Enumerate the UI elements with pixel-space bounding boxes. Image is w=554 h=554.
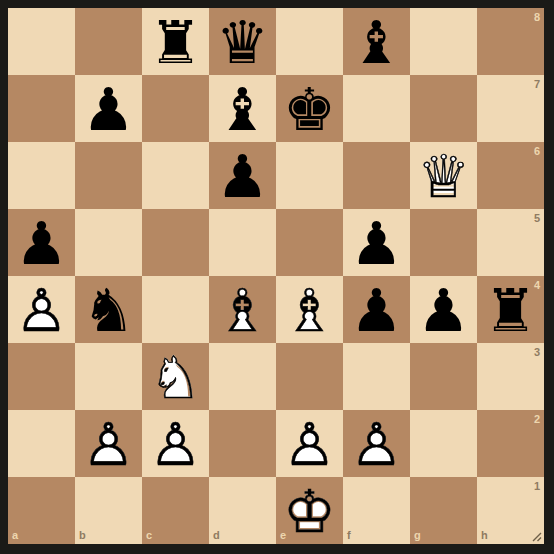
square-f8[interactable]: ♝	[343, 8, 410, 75]
resize-handle-icon[interactable]	[530, 530, 542, 542]
square-c6[interactable]	[142, 142, 209, 209]
square-f4[interactable]: ♟	[343, 276, 410, 343]
square-h7[interactable]: 7	[477, 75, 544, 142]
square-a8[interactable]	[8, 8, 75, 75]
coordinate-file-g: g	[414, 530, 421, 541]
piece-black-pawn[interactable]: ♟	[343, 276, 410, 343]
square-d2[interactable]	[209, 410, 276, 477]
square-d6[interactable]: ♟	[209, 142, 276, 209]
piece-white-bishop[interactable]: ♝♗	[209, 276, 276, 343]
coordinate-file-b: b	[79, 530, 86, 541]
square-h8[interactable]: 8	[477, 8, 544, 75]
square-c8[interactable]: ♜	[142, 8, 209, 75]
square-c4[interactable]	[142, 276, 209, 343]
coordinate-rank-5: 5	[534, 213, 540, 224]
square-h2[interactable]: 2	[477, 410, 544, 477]
square-h5[interactable]: 5	[477, 209, 544, 276]
coordinate-rank-2: 2	[534, 414, 540, 425]
piece-white-pawn[interactable]: ♟♙	[142, 410, 209, 477]
coordinate-rank-6: 6	[534, 146, 540, 157]
square-f5[interactable]: ♟	[343, 209, 410, 276]
piece-black-knight[interactable]: ♞	[75, 276, 142, 343]
square-b7[interactable]: ♟	[75, 75, 142, 142]
coordinate-rank-1: 1	[534, 481, 540, 492]
square-g7[interactable]	[410, 75, 477, 142]
square-f2[interactable]: ♟♙	[343, 410, 410, 477]
piece-black-rook[interactable]: ♜	[142, 8, 209, 75]
square-c2[interactable]: ♟♙	[142, 410, 209, 477]
square-h3[interactable]: 3	[477, 343, 544, 410]
square-g1[interactable]: g	[410, 477, 477, 544]
piece-white-pawn[interactable]: ♟♙	[75, 410, 142, 477]
piece-black-pawn[interactable]: ♟	[8, 209, 75, 276]
square-a4[interactable]: ♟♙	[8, 276, 75, 343]
square-d4[interactable]: ♝♗	[209, 276, 276, 343]
square-d7[interactable]: ♝	[209, 75, 276, 142]
piece-white-pawn[interactable]: ♟♙	[343, 410, 410, 477]
square-b6[interactable]	[75, 142, 142, 209]
square-g2[interactable]	[410, 410, 477, 477]
piece-white-queen[interactable]: ♛♕	[410, 142, 477, 209]
piece-white-knight[interactable]: ♞♘	[142, 343, 209, 410]
piece-black-pawn[interactable]: ♟	[343, 209, 410, 276]
square-b3[interactable]	[75, 343, 142, 410]
piece-black-queen[interactable]: ♛	[209, 8, 276, 75]
square-d5[interactable]	[209, 209, 276, 276]
square-e6[interactable]	[276, 142, 343, 209]
piece-white-king[interactable]: ♚♔	[276, 477, 343, 544]
board-frame: ♜♛♝8♟♝♚7♟♛♕6♟♟5♟♙♞♝♗♝♗♟♟♜4♞♘3♟♙♟♙♟♙♟♙2ab…	[0, 0, 554, 554]
square-h4[interactable]: ♜4	[477, 276, 544, 343]
square-c5[interactable]	[142, 209, 209, 276]
coordinate-rank-3: 3	[534, 347, 540, 358]
square-d3[interactable]	[209, 343, 276, 410]
square-d1[interactable]: d	[209, 477, 276, 544]
piece-black-king[interactable]: ♚	[276, 75, 343, 142]
square-e1[interactable]: ♚♔e	[276, 477, 343, 544]
piece-black-bishop[interactable]: ♝	[209, 75, 276, 142]
square-b2[interactable]: ♟♙	[75, 410, 142, 477]
piece-black-bishop[interactable]: ♝	[343, 8, 410, 75]
square-h1[interactable]: 1h	[477, 477, 544, 544]
square-b5[interactable]	[75, 209, 142, 276]
square-a5[interactable]: ♟	[8, 209, 75, 276]
square-c7[interactable]	[142, 75, 209, 142]
square-e7[interactable]: ♚	[276, 75, 343, 142]
square-a7[interactable]	[8, 75, 75, 142]
coordinate-file-c: c	[146, 530, 152, 541]
square-c1[interactable]: c	[142, 477, 209, 544]
square-g5[interactable]	[410, 209, 477, 276]
square-a6[interactable]	[8, 142, 75, 209]
square-c3[interactable]: ♞♘	[142, 343, 209, 410]
piece-black-rook[interactable]: ♜	[477, 276, 544, 343]
square-g3[interactable]	[410, 343, 477, 410]
square-a3[interactable]	[8, 343, 75, 410]
piece-white-pawn[interactable]: ♟♙	[276, 410, 343, 477]
square-e8[interactable]	[276, 8, 343, 75]
piece-black-pawn[interactable]: ♟	[209, 142, 276, 209]
piece-black-pawn[interactable]: ♟	[410, 276, 477, 343]
coordinate-file-a: a	[12, 530, 18, 541]
square-f3[interactable]	[343, 343, 410, 410]
square-a1[interactable]: a	[8, 477, 75, 544]
square-f1[interactable]: f	[343, 477, 410, 544]
square-g8[interactable]	[410, 8, 477, 75]
piece-white-pawn[interactable]: ♟♙	[8, 276, 75, 343]
square-a2[interactable]	[8, 410, 75, 477]
square-b8[interactable]	[75, 8, 142, 75]
square-e4[interactable]: ♝♗	[276, 276, 343, 343]
square-e5[interactable]	[276, 209, 343, 276]
coordinate-file-f: f	[347, 530, 351, 541]
square-e2[interactable]: ♟♙	[276, 410, 343, 477]
square-h6[interactable]: 6	[477, 142, 544, 209]
coordinate-file-d: d	[213, 530, 220, 541]
coordinate-rank-7: 7	[534, 79, 540, 90]
coordinate-file-h: h	[481, 530, 488, 541]
square-b4[interactable]: ♞	[75, 276, 142, 343]
piece-black-pawn[interactable]: ♟	[75, 75, 142, 142]
square-f6[interactable]	[343, 142, 410, 209]
square-d8[interactable]: ♛	[209, 8, 276, 75]
square-e3[interactable]	[276, 343, 343, 410]
square-g6[interactable]: ♛♕	[410, 142, 477, 209]
chess-board: ♜♛♝8♟♝♚7♟♛♕6♟♟5♟♙♞♝♗♝♗♟♟♜4♞♘3♟♙♟♙♟♙♟♙2ab…	[8, 8, 544, 544]
coordinate-rank-8: 8	[534, 12, 540, 23]
square-f7[interactable]	[343, 75, 410, 142]
piece-white-bishop[interactable]: ♝♗	[276, 276, 343, 343]
square-g4[interactable]: ♟	[410, 276, 477, 343]
square-b1[interactable]: b	[75, 477, 142, 544]
